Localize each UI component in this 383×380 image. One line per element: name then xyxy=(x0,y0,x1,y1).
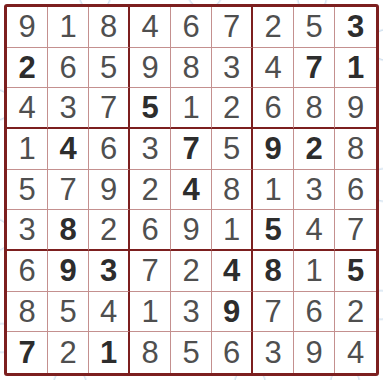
cell-r8c5[interactable]: 3 xyxy=(171,292,212,333)
cell-r1c9[interactable]: 3 xyxy=(335,7,376,48)
cell-r6c8[interactable]: 4 xyxy=(294,210,335,251)
cell-r8c8[interactable]: 6 xyxy=(294,292,335,333)
cell-r2c5[interactable]: 8 xyxy=(171,48,212,89)
cell-r7c7[interactable]: 8 xyxy=(253,251,294,292)
cell-r5c8[interactable]: 3 xyxy=(294,170,335,211)
cell-r4c8[interactable]: 2 xyxy=(294,129,335,170)
cell-r1c7[interactable]: 2 xyxy=(253,7,294,48)
cell-r6c7[interactable]: 5 xyxy=(253,210,294,251)
cell-r3c3[interactable]: 7 xyxy=(89,88,130,129)
cell-r6c9[interactable]: 7 xyxy=(335,210,376,251)
cell-r8c2[interactable]: 5 xyxy=(48,292,89,333)
cell-r7c2[interactable]: 9 xyxy=(48,251,89,292)
cell-r9c8[interactable]: 9 xyxy=(294,332,335,373)
cell-r4c5[interactable]: 7 xyxy=(171,129,212,170)
cell-r1c4[interactable]: 4 xyxy=(130,7,171,48)
cell-r8c6[interactable]: 9 xyxy=(212,292,253,333)
cell-r9c9[interactable]: 4 xyxy=(335,332,376,373)
cell-r2c8[interactable]: 7 xyxy=(294,48,335,89)
sudoku-board: 9184672532659834714375126891463759285792… xyxy=(4,4,379,376)
cell-r1c2[interactable]: 1 xyxy=(48,7,89,48)
cell-r2c7[interactable]: 4 xyxy=(253,48,294,89)
cell-r4c4[interactable]: 3 xyxy=(130,129,171,170)
cell-r7c5[interactable]: 2 xyxy=(171,251,212,292)
cell-r9c1[interactable]: 7 xyxy=(7,332,48,373)
cell-r3c5[interactable]: 1 xyxy=(171,88,212,129)
cell-r7c1[interactable]: 6 xyxy=(7,251,48,292)
cell-r4c9[interactable]: 8 xyxy=(335,129,376,170)
cell-r8c4[interactable]: 1 xyxy=(130,292,171,333)
cell-r3c4[interactable]: 5 xyxy=(130,88,171,129)
cell-r9c7[interactable]: 3 xyxy=(253,332,294,373)
cell-r5c7[interactable]: 1 xyxy=(253,170,294,211)
cell-r7c3[interactable]: 3 xyxy=(89,251,130,292)
cell-r5c6[interactable]: 8 xyxy=(212,170,253,211)
cell-r5c4[interactable]: 2 xyxy=(130,170,171,211)
cell-r8c9[interactable]: 2 xyxy=(335,292,376,333)
cell-r8c1[interactable]: 8 xyxy=(7,292,48,333)
cell-r9c6[interactable]: 6 xyxy=(212,332,253,373)
cell-r7c4[interactable]: 7 xyxy=(130,251,171,292)
cell-r3c9[interactable]: 9 xyxy=(335,88,376,129)
cell-r4c1[interactable]: 1 xyxy=(7,129,48,170)
cell-r8c3[interactable]: 4 xyxy=(89,292,130,333)
cell-r6c3[interactable]: 2 xyxy=(89,210,130,251)
cell-r2c1[interactable]: 2 xyxy=(7,48,48,89)
cell-r2c3[interactable]: 5 xyxy=(89,48,130,89)
cell-r2c4[interactable]: 9 xyxy=(130,48,171,89)
cell-r7c9[interactable]: 5 xyxy=(335,251,376,292)
cell-r9c5[interactable]: 5 xyxy=(171,332,212,373)
cell-r4c2[interactable]: 4 xyxy=(48,129,89,170)
cell-r3c8[interactable]: 8 xyxy=(294,88,335,129)
cell-r6c4[interactable]: 6 xyxy=(130,210,171,251)
cell-r3c7[interactable]: 6 xyxy=(253,88,294,129)
cell-r5c3[interactable]: 9 xyxy=(89,170,130,211)
cell-r9c3[interactable]: 1 xyxy=(89,332,130,373)
cell-r6c1[interactable]: 3 xyxy=(7,210,48,251)
cell-r5c9[interactable]: 6 xyxy=(335,170,376,211)
cell-r1c6[interactable]: 7 xyxy=(212,7,253,48)
cell-r8c7[interactable]: 7 xyxy=(253,292,294,333)
cell-r1c1[interactable]: 9 xyxy=(7,7,48,48)
cell-r9c2[interactable]: 2 xyxy=(48,332,89,373)
cell-r2c9[interactable]: 1 xyxy=(335,48,376,89)
page-background: 9184672532659834714375126891463759285792… xyxy=(0,0,383,380)
cell-r6c6[interactable]: 1 xyxy=(212,210,253,251)
cell-r9c4[interactable]: 8 xyxy=(130,332,171,373)
cell-r6c5[interactable]: 9 xyxy=(171,210,212,251)
cell-r6c2[interactable]: 8 xyxy=(48,210,89,251)
cell-r5c5[interactable]: 4 xyxy=(171,170,212,211)
cell-r2c2[interactable]: 6 xyxy=(48,48,89,89)
cell-r1c8[interactable]: 5 xyxy=(294,7,335,48)
cell-r3c2[interactable]: 3 xyxy=(48,88,89,129)
cell-r5c2[interactable]: 7 xyxy=(48,170,89,211)
cell-r3c1[interactable]: 4 xyxy=(7,88,48,129)
cell-r5c1[interactable]: 5 xyxy=(7,170,48,211)
cell-r3c6[interactable]: 2 xyxy=(212,88,253,129)
cell-r4c3[interactable]: 6 xyxy=(89,129,130,170)
cell-r1c3[interactable]: 8 xyxy=(89,7,130,48)
cell-r4c6[interactable]: 5 xyxy=(212,129,253,170)
cell-r1c5[interactable]: 6 xyxy=(171,7,212,48)
cell-r7c6[interactable]: 4 xyxy=(212,251,253,292)
cell-r7c8[interactable]: 1 xyxy=(294,251,335,292)
cell-r4c7[interactable]: 9 xyxy=(253,129,294,170)
cell-r2c6[interactable]: 3 xyxy=(212,48,253,89)
